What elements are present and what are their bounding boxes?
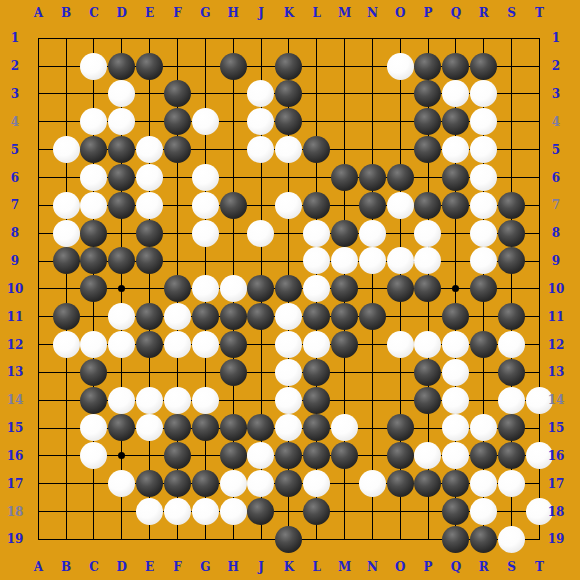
point-F10 bbox=[164, 275, 192, 303]
stone-J11-black bbox=[247, 303, 274, 330]
stone-P14-black bbox=[414, 387, 441, 414]
point-O10 bbox=[386, 275, 414, 303]
point-O17 bbox=[386, 470, 414, 498]
stone-R9-white bbox=[470, 247, 497, 274]
coord-label-left-9: 9 bbox=[11, 255, 19, 267]
stone-P3-black bbox=[414, 80, 441, 107]
point-D17 bbox=[108, 470, 136, 498]
stone-F18-white bbox=[164, 498, 191, 525]
coord-label-bottom-L: L bbox=[313, 561, 321, 573]
stone-D6-black bbox=[108, 164, 135, 191]
stone-L18-black bbox=[303, 498, 330, 525]
point-J3 bbox=[247, 80, 275, 108]
stone-N6-black bbox=[359, 164, 386, 191]
stone-J16-white bbox=[247, 442, 274, 469]
point-L15 bbox=[303, 414, 331, 442]
coord-label-top-C: C bbox=[89, 7, 99, 19]
coord-label-bottom-R: R bbox=[479, 561, 489, 573]
point-E8 bbox=[136, 219, 164, 247]
coord-label-bottom-S: S bbox=[507, 561, 516, 573]
point-D12 bbox=[108, 330, 136, 358]
stone-F17-black bbox=[164, 470, 191, 497]
point-B12 bbox=[52, 330, 80, 358]
stone-C7-white bbox=[80, 192, 107, 219]
coord-label-right-6: 6 bbox=[552, 172, 560, 184]
stone-G17-black bbox=[192, 470, 219, 497]
coord-label-right-9: 9 bbox=[552, 255, 560, 267]
coord-label-right-2: 2 bbox=[552, 60, 560, 72]
stone-K2-black bbox=[275, 53, 302, 80]
point-L11 bbox=[303, 303, 331, 331]
point-Q2 bbox=[442, 52, 470, 80]
goban-screenshot: AABBCCDDEEFFGGHHJJKKLLMMNNOOPPQQRRSSTT11… bbox=[0, 0, 580, 580]
stone-G12-white bbox=[192, 331, 219, 358]
stone-S13-black bbox=[498, 359, 525, 386]
point-N17 bbox=[358, 470, 386, 498]
point-D4 bbox=[108, 108, 136, 136]
hoshi-Q10 bbox=[442, 275, 470, 303]
point-P17 bbox=[414, 470, 442, 498]
coord-label-left-13: 13 bbox=[7, 366, 24, 378]
coord-label-left-6: 6 bbox=[11, 172, 19, 184]
point-M12 bbox=[330, 330, 358, 358]
stone-M11-black bbox=[331, 303, 358, 330]
coord-label-bottom-C: C bbox=[89, 561, 99, 573]
coord-label-right-19: 19 bbox=[548, 533, 565, 545]
point-O6 bbox=[386, 164, 414, 192]
point-R4 bbox=[470, 108, 498, 136]
point-O2 bbox=[386, 52, 414, 80]
point-N8 bbox=[358, 219, 386, 247]
stone-E2-black bbox=[136, 53, 163, 80]
point-P14 bbox=[414, 386, 442, 414]
point-Q12 bbox=[442, 330, 470, 358]
point-E14 bbox=[136, 386, 164, 414]
stone-R17-white bbox=[470, 470, 497, 497]
point-Q19 bbox=[442, 525, 470, 553]
coord-label-left-4: 4 bbox=[11, 116, 19, 128]
point-K4 bbox=[275, 108, 303, 136]
stone-G7-white bbox=[192, 192, 219, 219]
stone-N11-black bbox=[359, 303, 386, 330]
coord-label-bottom-Q: Q bbox=[451, 561, 461, 573]
coord-label-bottom-N: N bbox=[367, 561, 378, 573]
stone-L14-black bbox=[303, 387, 330, 414]
point-D5 bbox=[108, 136, 136, 164]
stone-M8-black bbox=[331, 220, 358, 247]
point-S13 bbox=[497, 358, 525, 386]
point-H15 bbox=[219, 414, 247, 442]
point-Q7 bbox=[442, 191, 470, 219]
stone-J4-white bbox=[247, 108, 274, 135]
point-E18 bbox=[136, 497, 164, 525]
coord-label-left-3: 3 bbox=[11, 88, 19, 100]
stone-K4-black bbox=[275, 108, 302, 135]
stone-S19-white bbox=[498, 526, 525, 553]
point-F18 bbox=[164, 497, 192, 525]
point-J10 bbox=[247, 275, 275, 303]
point-S9 bbox=[497, 247, 525, 275]
point-E11 bbox=[136, 303, 164, 331]
point-C7 bbox=[80, 191, 108, 219]
stone-P7-black bbox=[414, 192, 441, 219]
point-K2 bbox=[275, 52, 303, 80]
point-Q13 bbox=[442, 358, 470, 386]
point-D2 bbox=[108, 52, 136, 80]
point-Q6 bbox=[442, 164, 470, 192]
stone-P8-white bbox=[414, 220, 441, 247]
point-K10 bbox=[275, 275, 303, 303]
point-P4 bbox=[414, 108, 442, 136]
stone-L5-black bbox=[303, 136, 330, 163]
point-S12 bbox=[497, 330, 525, 358]
stone-G11-black bbox=[192, 303, 219, 330]
point-R19 bbox=[470, 525, 498, 553]
stone-O16-black bbox=[387, 442, 414, 469]
stone-Q16-white bbox=[442, 442, 469, 469]
point-Q11 bbox=[442, 303, 470, 331]
point-Q18 bbox=[442, 497, 470, 525]
stone-C12-white bbox=[80, 331, 107, 358]
point-M15 bbox=[330, 414, 358, 442]
stone-Q5-white bbox=[442, 136, 469, 163]
stone-D12-white bbox=[108, 331, 135, 358]
stone-E6-white bbox=[136, 164, 163, 191]
stone-L15-black bbox=[303, 414, 330, 441]
stone-P5-black bbox=[414, 136, 441, 163]
stone-C14-black bbox=[80, 387, 107, 414]
coord-label-top-F: F bbox=[173, 7, 182, 19]
hoshi-dot bbox=[118, 285, 125, 292]
point-S14 bbox=[497, 386, 525, 414]
stone-R3-white bbox=[470, 80, 497, 107]
stone-D17-white bbox=[108, 470, 135, 497]
stone-K16-black bbox=[275, 442, 302, 469]
stone-E18-white bbox=[136, 498, 163, 525]
coord-label-bottom-T: T bbox=[535, 561, 544, 573]
stone-F11-white bbox=[164, 303, 191, 330]
point-F4 bbox=[164, 108, 192, 136]
point-K3 bbox=[275, 80, 303, 108]
stone-K7-white bbox=[275, 192, 302, 219]
stone-C2-white bbox=[80, 53, 107, 80]
point-F15 bbox=[164, 414, 192, 442]
point-B7 bbox=[52, 191, 80, 219]
point-L5 bbox=[303, 136, 331, 164]
point-J18 bbox=[247, 497, 275, 525]
point-N6 bbox=[358, 164, 386, 192]
point-C12 bbox=[80, 330, 108, 358]
stone-P13-black bbox=[414, 359, 441, 386]
point-P9 bbox=[414, 247, 442, 275]
stone-J15-black bbox=[247, 414, 274, 441]
coord-label-right-12: 12 bbox=[548, 339, 565, 351]
point-G10 bbox=[191, 275, 219, 303]
stone-C4-white bbox=[80, 108, 107, 135]
coord-label-top-S: S bbox=[507, 7, 516, 19]
point-Q15 bbox=[442, 414, 470, 442]
coord-label-top-L: L bbox=[313, 7, 321, 19]
stone-B5-white bbox=[53, 136, 80, 163]
coord-label-top-M: M bbox=[338, 7, 351, 19]
point-E5 bbox=[136, 136, 164, 164]
coord-label-right-4: 4 bbox=[552, 116, 560, 128]
stone-D11-white bbox=[108, 303, 135, 330]
stone-S9-black bbox=[498, 247, 525, 274]
stone-Q11-black bbox=[442, 303, 469, 330]
stone-M6-black bbox=[331, 164, 358, 191]
stone-J18-black bbox=[247, 498, 274, 525]
point-N9 bbox=[358, 247, 386, 275]
coord-label-bottom-E: E bbox=[145, 561, 154, 573]
point-R9 bbox=[470, 247, 498, 275]
stone-O6-black bbox=[387, 164, 414, 191]
point-P10 bbox=[414, 275, 442, 303]
point-S7 bbox=[497, 191, 525, 219]
stone-O7-white bbox=[387, 192, 414, 219]
hoshi-dot bbox=[118, 452, 125, 459]
stone-J17-white bbox=[247, 470, 274, 497]
point-P16 bbox=[414, 442, 442, 470]
coord-label-right-11: 11 bbox=[548, 311, 565, 323]
coord-label-right-17: 17 bbox=[548, 478, 565, 490]
point-E6 bbox=[136, 164, 164, 192]
stone-H12-black bbox=[220, 331, 247, 358]
point-C13 bbox=[80, 358, 108, 386]
stone-P16-white bbox=[414, 442, 441, 469]
stone-F4-black bbox=[164, 108, 191, 135]
point-C10 bbox=[80, 275, 108, 303]
point-G17 bbox=[191, 470, 219, 498]
coord-label-left-18: 18 bbox=[7, 506, 24, 518]
coord-label-left-1: 1 bbox=[11, 32, 19, 44]
point-K16 bbox=[275, 442, 303, 470]
stone-Q12-white bbox=[442, 331, 469, 358]
point-N7 bbox=[358, 191, 386, 219]
point-K15 bbox=[275, 414, 303, 442]
stone-P2-black bbox=[414, 53, 441, 80]
point-J17 bbox=[247, 470, 275, 498]
stone-C16-white bbox=[80, 442, 107, 469]
stone-P12-white bbox=[414, 331, 441, 358]
stone-S11-black bbox=[498, 303, 525, 330]
point-F12 bbox=[164, 330, 192, 358]
stone-L17-white bbox=[303, 470, 330, 497]
stone-G15-black bbox=[192, 414, 219, 441]
point-L9 bbox=[303, 247, 331, 275]
stone-O10-black bbox=[387, 275, 414, 302]
point-S15 bbox=[497, 414, 525, 442]
stone-Q6-black bbox=[442, 164, 469, 191]
stone-M15-white bbox=[331, 414, 358, 441]
point-S17 bbox=[497, 470, 525, 498]
point-D6 bbox=[108, 164, 136, 192]
point-B5 bbox=[52, 136, 80, 164]
point-H17 bbox=[219, 470, 247, 498]
stone-S17-white bbox=[498, 470, 525, 497]
stone-R10-black bbox=[470, 275, 497, 302]
stone-R5-white bbox=[470, 136, 497, 163]
point-N11 bbox=[358, 303, 386, 331]
stone-R4-white bbox=[470, 108, 497, 135]
coord-label-top-Q: Q bbox=[451, 7, 461, 19]
stone-E7-white bbox=[136, 192, 163, 219]
point-K11 bbox=[275, 303, 303, 331]
stone-B9-black bbox=[53, 247, 80, 274]
stone-D14-white bbox=[108, 387, 135, 414]
point-C16 bbox=[80, 442, 108, 470]
point-L7 bbox=[303, 191, 331, 219]
point-K13 bbox=[275, 358, 303, 386]
stone-F15-black bbox=[164, 414, 191, 441]
coord-label-left-7: 7 bbox=[11, 199, 19, 211]
stone-K14-white bbox=[275, 387, 302, 414]
stone-K5-white bbox=[275, 136, 302, 163]
point-C9 bbox=[80, 247, 108, 275]
point-S8 bbox=[497, 219, 525, 247]
coord-label-left-16: 16 bbox=[7, 450, 24, 462]
stone-P17-black bbox=[414, 470, 441, 497]
stone-F5-black bbox=[164, 136, 191, 163]
point-D3 bbox=[108, 80, 136, 108]
point-G7 bbox=[191, 191, 219, 219]
stone-R8-white bbox=[470, 220, 497, 247]
stone-Q14-white bbox=[442, 387, 469, 414]
stone-G6-white bbox=[192, 164, 219, 191]
point-R10 bbox=[470, 275, 498, 303]
stone-H2-black bbox=[220, 53, 247, 80]
stone-D4-white bbox=[108, 108, 135, 135]
point-G18 bbox=[191, 497, 219, 525]
coord-label-bottom-B: B bbox=[61, 561, 71, 573]
stone-L16-black bbox=[303, 442, 330, 469]
coord-label-top-J: J bbox=[258, 7, 264, 19]
coord-label-top-K: K bbox=[284, 7, 294, 19]
stone-B11-black bbox=[53, 303, 80, 330]
point-R8 bbox=[470, 219, 498, 247]
stone-O9-white bbox=[387, 247, 414, 274]
stone-G4-white bbox=[192, 108, 219, 135]
point-H7 bbox=[219, 191, 247, 219]
stone-B8-white bbox=[53, 220, 80, 247]
point-B11 bbox=[52, 303, 80, 331]
point-L14 bbox=[303, 386, 331, 414]
stone-S8-black bbox=[498, 220, 525, 247]
coord-label-bottom-D: D bbox=[117, 561, 127, 573]
point-K5 bbox=[275, 136, 303, 164]
point-R18 bbox=[470, 497, 498, 525]
point-O12 bbox=[386, 330, 414, 358]
coord-label-right-14: 14 bbox=[548, 394, 565, 406]
point-L18 bbox=[303, 497, 331, 525]
point-H2 bbox=[219, 52, 247, 80]
point-D11 bbox=[108, 303, 136, 331]
stone-F16-black bbox=[164, 442, 191, 469]
stone-P10-black bbox=[414, 275, 441, 302]
stone-D15-black bbox=[108, 414, 135, 441]
stone-E15-white bbox=[136, 414, 163, 441]
stone-C6-white bbox=[80, 164, 107, 191]
stone-G14-white bbox=[192, 387, 219, 414]
hoshi-dot bbox=[452, 285, 459, 292]
point-R6 bbox=[470, 164, 498, 192]
point-L16 bbox=[303, 442, 331, 470]
go-board[interactable] bbox=[24, 24, 553, 553]
point-E17 bbox=[136, 470, 164, 498]
point-R16 bbox=[470, 442, 498, 470]
coord-label-top-H: H bbox=[228, 7, 239, 19]
stone-S16-black bbox=[498, 442, 525, 469]
stone-S7-black bbox=[498, 192, 525, 219]
coord-label-top-B: B bbox=[61, 7, 71, 19]
coord-label-top-D: D bbox=[117, 7, 127, 19]
point-B9 bbox=[52, 247, 80, 275]
stone-C8-black bbox=[80, 220, 107, 247]
point-C5 bbox=[80, 136, 108, 164]
stone-L13-black bbox=[303, 359, 330, 386]
point-H11 bbox=[219, 303, 247, 331]
stone-P4-black bbox=[414, 108, 441, 135]
stone-K11-white bbox=[275, 303, 302, 330]
coord-label-bottom-J: J bbox=[258, 561, 264, 573]
stone-S12-white bbox=[498, 331, 525, 358]
coord-label-right-3: 3 bbox=[552, 88, 560, 100]
stone-Q7-black bbox=[442, 192, 469, 219]
point-R12 bbox=[470, 330, 498, 358]
point-R15 bbox=[470, 414, 498, 442]
coord-label-right-16: 16 bbox=[548, 450, 565, 462]
stone-H13-black bbox=[220, 359, 247, 386]
coord-label-left-17: 17 bbox=[7, 478, 24, 490]
stone-R6-white bbox=[470, 164, 497, 191]
stone-R18-white bbox=[470, 498, 497, 525]
stone-D7-black bbox=[108, 192, 135, 219]
stone-L12-white bbox=[303, 331, 330, 358]
point-H16 bbox=[219, 442, 247, 470]
hoshi-D16 bbox=[108, 442, 136, 470]
point-M6 bbox=[330, 164, 358, 192]
stone-R15-white bbox=[470, 414, 497, 441]
point-D7 bbox=[108, 191, 136, 219]
point-G14 bbox=[191, 386, 219, 414]
stone-Q18-black bbox=[442, 498, 469, 525]
stone-J10-black bbox=[247, 275, 274, 302]
point-F11 bbox=[164, 303, 192, 331]
coord-label-bottom-K: K bbox=[284, 561, 294, 573]
coord-label-left-14: 14 bbox=[7, 394, 24, 406]
point-B8 bbox=[52, 219, 80, 247]
point-H13 bbox=[219, 358, 247, 386]
stone-E8-black bbox=[136, 220, 163, 247]
point-R3 bbox=[470, 80, 498, 108]
point-E9 bbox=[136, 247, 164, 275]
hoshi-D10 bbox=[108, 275, 136, 303]
stone-K19-black bbox=[275, 526, 302, 553]
point-M16 bbox=[330, 442, 358, 470]
stone-K17-black bbox=[275, 470, 302, 497]
point-D9 bbox=[108, 247, 136, 275]
point-Q16 bbox=[442, 442, 470, 470]
point-J16 bbox=[247, 442, 275, 470]
coord-label-right-13: 13 bbox=[548, 366, 565, 378]
stone-F14-white bbox=[164, 387, 191, 414]
coord-label-bottom-G: G bbox=[200, 561, 210, 573]
stone-E5-white bbox=[136, 136, 163, 163]
stone-H18-white bbox=[220, 498, 247, 525]
point-G11 bbox=[191, 303, 219, 331]
stone-R16-black bbox=[470, 442, 497, 469]
point-Q5 bbox=[442, 136, 470, 164]
